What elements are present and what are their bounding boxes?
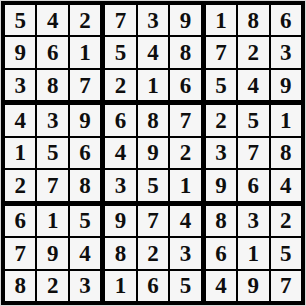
sudoku-cell-r1c3[interactable]: 2 (70, 5, 100, 35)
sudoku-cell-r9c4[interactable]: 1 (105, 271, 135, 301)
sudoku-cell-r1c1[interactable]: 5 (5, 5, 35, 35)
sudoku-cell-r9c7[interactable]: 4 (206, 271, 236, 301)
sudoku-cell-r4c8[interactable]: 5 (238, 105, 268, 135)
sudoku-cell-r8c8[interactable]: 1 (238, 238, 268, 268)
sudoku-box-2-1: 439156278 (5, 105, 100, 200)
sudoku-cell-r8c3[interactable]: 4 (70, 238, 100, 268)
sudoku-board: 5429613877395482161867235494391562786874… (0, 0, 306, 306)
sudoku-cell-r1c6[interactable]: 9 (170, 5, 200, 35)
sudoku-cell-r9c1[interactable]: 8 (5, 271, 35, 301)
sudoku-cell-r7c9[interactable]: 2 (271, 206, 301, 236)
sudoku-cell-r3c3[interactable]: 7 (70, 70, 100, 100)
sudoku-cell-r9c6[interactable]: 5 (170, 271, 200, 301)
sudoku-cell-r4c3[interactable]: 9 (70, 105, 100, 135)
sudoku-cell-r8c1[interactable]: 7 (5, 238, 35, 268)
sudoku-cell-r7c7[interactable]: 8 (206, 206, 236, 236)
sudoku-cell-r5c3[interactable]: 6 (70, 138, 100, 168)
sudoku-cell-r8c7[interactable]: 6 (206, 238, 236, 268)
sudoku-cell-r8c4[interactable]: 8 (105, 238, 135, 268)
sudoku-cell-r8c9[interactable]: 5 (271, 238, 301, 268)
sudoku-box-3-2: 974823165 (105, 206, 200, 301)
sudoku-cell-r5c1[interactable]: 1 (5, 138, 35, 168)
sudoku-cell-r3c8[interactable]: 4 (238, 70, 268, 100)
sudoku-cell-r6c1[interactable]: 2 (5, 170, 35, 200)
sudoku-cell-r5c8[interactable]: 7 (238, 138, 268, 168)
sudoku-box-1-3: 186723549 (206, 5, 301, 100)
sudoku-cell-r5c9[interactable]: 8 (271, 138, 301, 168)
sudoku-cell-r4c9[interactable]: 1 (271, 105, 301, 135)
sudoku-cell-r3c2[interactable]: 8 (37, 70, 67, 100)
sudoku-box-1-1: 542961387 (5, 5, 100, 100)
sudoku-cell-r9c2[interactable]: 2 (37, 271, 67, 301)
sudoku-cell-r4c1[interactable]: 4 (5, 105, 35, 135)
sudoku-cell-r3c4[interactable]: 2 (105, 70, 135, 100)
sudoku-cell-r2c6[interactable]: 8 (170, 37, 200, 67)
sudoku-cell-r6c9[interactable]: 4 (271, 170, 301, 200)
sudoku-cell-r1c7[interactable]: 1 (206, 5, 236, 35)
sudoku-cell-r6c8[interactable]: 6 (238, 170, 268, 200)
sudoku-box-3-3: 832615497 (206, 206, 301, 301)
sudoku-cell-r7c6[interactable]: 4 (170, 206, 200, 236)
sudoku-cell-r4c7[interactable]: 2 (206, 105, 236, 135)
sudoku-cell-r9c9[interactable]: 7 (271, 271, 301, 301)
sudoku-cell-r9c8[interactable]: 9 (238, 271, 268, 301)
sudoku-cell-r6c7[interactable]: 9 (206, 170, 236, 200)
sudoku-cell-r4c6[interactable]: 7 (170, 105, 200, 135)
sudoku-cell-r8c6[interactable]: 3 (170, 238, 200, 268)
sudoku-cell-r1c5[interactable]: 3 (138, 5, 168, 35)
sudoku-cell-r4c4[interactable]: 6 (105, 105, 135, 135)
sudoku-cell-r4c5[interactable]: 8 (138, 105, 168, 135)
sudoku-cell-r1c2[interactable]: 4 (37, 5, 67, 35)
sudoku-cell-r9c3[interactable]: 3 (70, 271, 100, 301)
sudoku-box-3-1: 615794823 (5, 206, 100, 301)
sudoku-cell-r2c2[interactable]: 6 (37, 37, 67, 67)
sudoku-cell-r2c4[interactable]: 5 (105, 37, 135, 67)
sudoku-cell-r5c5[interactable]: 9 (138, 138, 168, 168)
sudoku-cell-r8c5[interactable]: 2 (138, 238, 168, 268)
sudoku-box-2-2: 687492351 (105, 105, 200, 200)
sudoku-cell-r3c5[interactable]: 1 (138, 70, 168, 100)
sudoku-cell-r5c4[interactable]: 4 (105, 138, 135, 168)
sudoku-cell-r3c7[interactable]: 5 (206, 70, 236, 100)
sudoku-cell-r7c2[interactable]: 1 (37, 206, 67, 236)
sudoku-cell-r2c5[interactable]: 4 (138, 37, 168, 67)
sudoku-cell-r1c9[interactable]: 6 (271, 5, 301, 35)
sudoku-cell-r5c6[interactable]: 2 (170, 138, 200, 168)
sudoku-cell-r6c6[interactable]: 1 (170, 170, 200, 200)
sudoku-cell-r5c7[interactable]: 3 (206, 138, 236, 168)
sudoku-cell-r1c4[interactable]: 7 (105, 5, 135, 35)
sudoku-cell-r4c2[interactable]: 3 (37, 105, 67, 135)
sudoku-cell-r7c1[interactable]: 6 (5, 206, 35, 236)
sudoku-cell-r7c3[interactable]: 5 (70, 206, 100, 236)
sudoku-cell-r2c1[interactable]: 9 (5, 37, 35, 67)
sudoku-cell-r7c5[interactable]: 7 (138, 206, 168, 236)
sudoku-cell-r3c1[interactable]: 3 (5, 70, 35, 100)
sudoku-cell-r2c7[interactable]: 7 (206, 37, 236, 67)
sudoku-cell-r6c3[interactable]: 8 (70, 170, 100, 200)
sudoku-cell-r2c9[interactable]: 3 (271, 37, 301, 67)
sudoku-cell-r6c2[interactable]: 7 (37, 170, 67, 200)
sudoku-cell-r3c9[interactable]: 9 (271, 70, 301, 100)
sudoku-cell-r9c5[interactable]: 6 (138, 271, 168, 301)
sudoku-cell-r2c3[interactable]: 1 (70, 37, 100, 67)
sudoku-box-1-2: 739548216 (105, 5, 200, 100)
sudoku-cell-r6c4[interactable]: 3 (105, 170, 135, 200)
sudoku-cell-r1c8[interactable]: 8 (238, 5, 268, 35)
sudoku-cell-r6c5[interactable]: 5 (138, 170, 168, 200)
sudoku-box-2-3: 251378964 (206, 105, 301, 200)
sudoku-cell-r8c2[interactable]: 9 (37, 238, 67, 268)
sudoku-cell-r7c8[interactable]: 3 (238, 206, 268, 236)
sudoku-cell-r3c6[interactable]: 6 (170, 70, 200, 100)
sudoku-cell-r5c2[interactable]: 5 (37, 138, 67, 168)
sudoku-cell-r7c4[interactable]: 9 (105, 206, 135, 236)
sudoku-cell-r2c8[interactable]: 2 (238, 37, 268, 67)
